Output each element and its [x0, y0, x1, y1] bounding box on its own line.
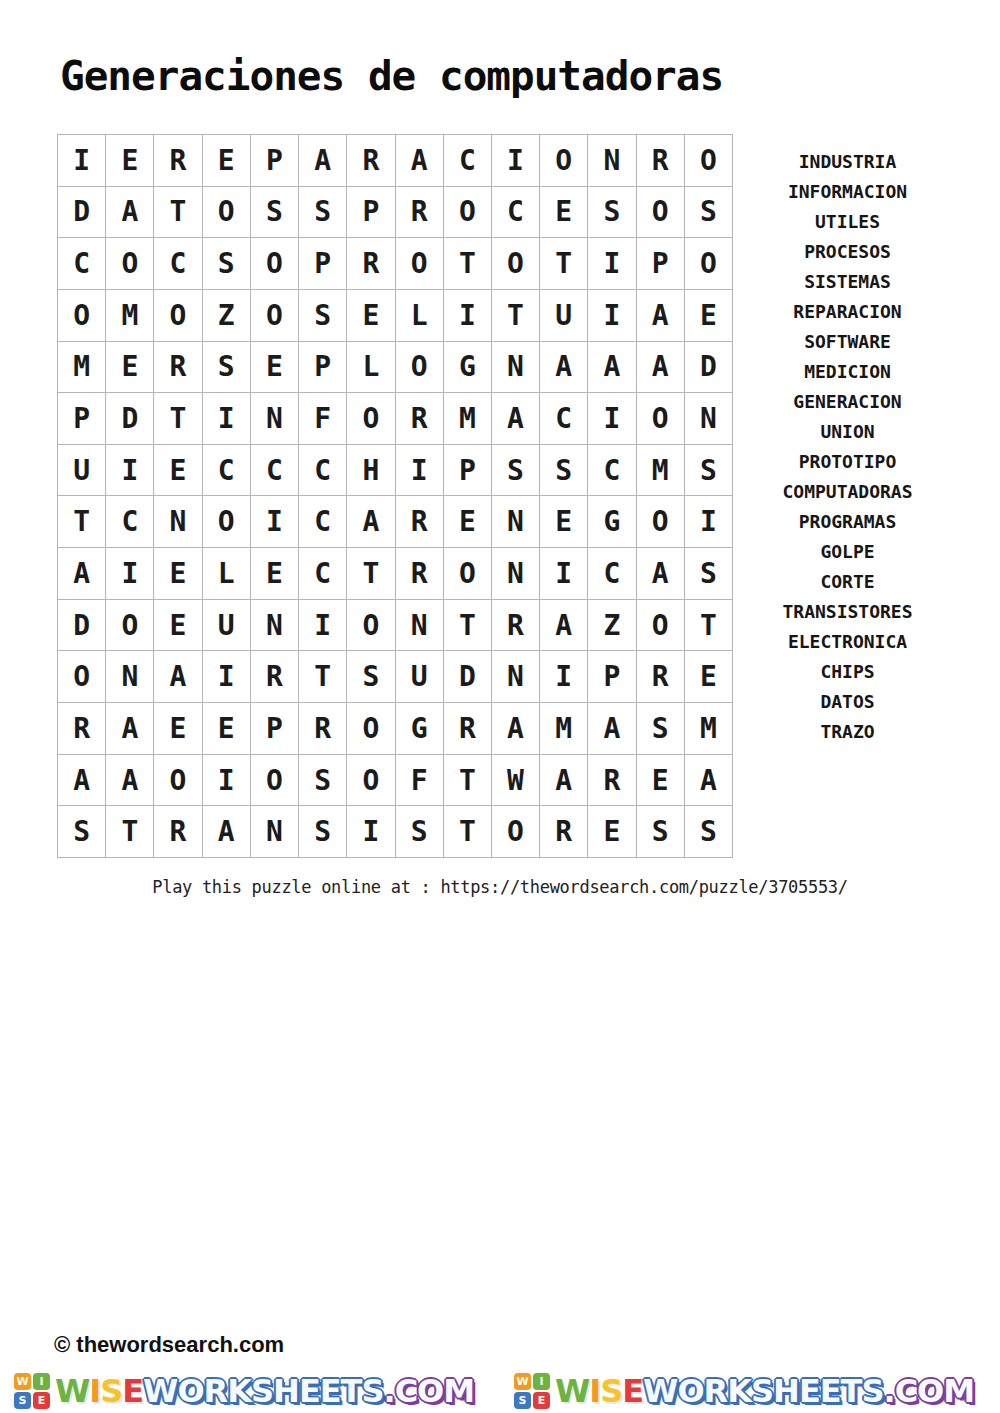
grid-cell[interactable]: O — [58, 651, 105, 702]
word-list-item: TRANSISTORES — [745, 597, 950, 627]
grid-cell[interactable]: Z — [588, 600, 635, 651]
grid-cell[interactable]: P — [299, 342, 346, 393]
word-list-item: REPARACION — [745, 297, 950, 327]
grid-cell[interactable]: N — [685, 393, 732, 444]
grid-cell[interactable]: N — [154, 496, 201, 547]
grid-cell[interactable]: L — [396, 290, 443, 341]
wiseworksheets-logo-bar: WISEWISEWORKSHEETS.COMWISEWISEWORKSHEETS… — [0, 1369, 1000, 1413]
grid-cell[interactable]: R — [637, 135, 684, 186]
grid-cell[interactable]: O — [58, 290, 105, 341]
grid-cell[interactable]: S — [347, 651, 394, 702]
grid-cell[interactable]: I — [540, 548, 587, 599]
grid-cell[interactable]: A — [492, 393, 539, 444]
grid-cell[interactable]: I — [106, 445, 153, 496]
wiseworksheets-logo[interactable]: WISEWISEWORKSHEETS.COM — [0, 1369, 500, 1413]
grid-cell[interactable]: P — [58, 393, 105, 444]
copyright-text: © thewordsearch.com — [54, 1332, 284, 1358]
word-search-grid: IEREPARACIONRODATOSSPROCESOSCOCSOPROTOTI… — [57, 134, 733, 858]
grid-cell[interactable]: O — [492, 806, 539, 857]
grid-cell[interactable]: O — [154, 290, 201, 341]
grid-cell[interactable]: Z — [203, 290, 250, 341]
logo-text: WISEWORKSHEETS.COM — [55, 1369, 474, 1413]
grid-cell[interactable]: E — [251, 548, 298, 599]
grid-cell[interactable]: R — [154, 342, 201, 393]
grid-cell[interactable]: I — [685, 496, 732, 547]
grid-cell[interactable]: S — [299, 187, 346, 238]
logo-text-segment: .COM — [883, 1369, 974, 1413]
word-list-item: SISTEMAS — [745, 267, 950, 297]
grid-cell[interactable]: R — [492, 600, 539, 651]
grid-cell[interactable]: T — [444, 600, 491, 651]
grid-cell[interactable]: E — [154, 548, 201, 599]
grid-cell[interactable]: O — [396, 342, 443, 393]
grid-cell[interactable]: O — [444, 187, 491, 238]
grid-cell[interactable]: O — [347, 393, 394, 444]
grid-cell[interactable]: D — [685, 342, 732, 393]
word-list-item: ELECTRONICA — [745, 627, 950, 657]
grid-cell[interactable]: T — [347, 548, 394, 599]
grid-cell[interactable]: E — [540, 496, 587, 547]
grid-cell[interactable]: C — [540, 393, 587, 444]
grid-cell[interactable]: T — [58, 496, 105, 547]
grid-cell[interactable]: U — [540, 290, 587, 341]
grid-cell[interactable]: C — [106, 496, 153, 547]
grid-cell[interactable]: C — [203, 445, 250, 496]
logo-text-segment: W — [555, 1369, 589, 1413]
wise-square-s: S — [514, 1392, 531, 1409]
grid-cell[interactable]: N — [588, 135, 635, 186]
wise-squares-icon: WISE — [514, 1373, 550, 1409]
wiseworksheets-logo[interactable]: WISEWISEWORKSHEETS.COM — [500, 1369, 1000, 1413]
grid-cell[interactable]: I — [203, 651, 250, 702]
grid-cell[interactable]: I — [106, 548, 153, 599]
grid-cell[interactable]: E — [203, 135, 250, 186]
grid-cell[interactable]: I — [588, 238, 635, 289]
grid-cell[interactable]: A — [540, 342, 587, 393]
grid-cell[interactable]: A — [347, 496, 394, 547]
grid-cell[interactable]: R — [154, 806, 201, 857]
grid-cell[interactable]: C — [444, 135, 491, 186]
logo-text-segment: WORKSHEETS — [143, 1369, 383, 1413]
grid-cell[interactable]: T — [444, 806, 491, 857]
grid-cell[interactable]: D — [58, 600, 105, 651]
grid-cell[interactable]: M — [685, 703, 732, 754]
grid-cell[interactable]: T — [492, 290, 539, 341]
grid-cell[interactable]: P — [251, 703, 298, 754]
wise-square-s: S — [14, 1392, 31, 1409]
grid-cell[interactable]: A — [588, 342, 635, 393]
grid-cell[interactable]: T — [154, 393, 201, 444]
grid-cell[interactable]: M — [540, 703, 587, 754]
grid-cell[interactable]: R — [637, 651, 684, 702]
grid-cell[interactable]: A — [299, 135, 346, 186]
grid-cell[interactable]: R — [347, 135, 394, 186]
grid-cell[interactable]: D — [106, 393, 153, 444]
grid-cell[interactable]: M — [444, 393, 491, 444]
grid-cell[interactable]: P — [588, 651, 635, 702]
grid-cell[interactable]: T — [540, 238, 587, 289]
grid-cell[interactable]: M — [106, 290, 153, 341]
word-list-item: UNION — [745, 417, 950, 447]
word-list-item: DATOS — [745, 687, 950, 717]
grid-cell[interactable]: N — [492, 342, 539, 393]
grid-cell[interactable]: O — [347, 600, 394, 651]
word-list-item: PROGRAMAS — [745, 507, 950, 537]
grid-cell[interactable]: S — [58, 806, 105, 857]
grid-cell[interactable]: S — [492, 445, 539, 496]
grid-cell[interactable]: O — [203, 187, 250, 238]
grid-cell[interactable]: O — [347, 703, 394, 754]
grid-cell[interactable]: O — [637, 393, 684, 444]
grid-cell[interactable]: A — [685, 755, 732, 806]
grid-cell[interactable]: F — [396, 755, 443, 806]
grid-cell[interactable]: S — [637, 806, 684, 857]
grid-cell[interactable]: I — [58, 135, 105, 186]
grid-cell[interactable]: T — [444, 238, 491, 289]
grid-cell[interactable]: S — [203, 342, 250, 393]
grid-cell[interactable]: O — [444, 548, 491, 599]
grid-cell[interactable]: S — [540, 445, 587, 496]
grid-cell[interactable]: E — [685, 290, 732, 341]
grid-cell[interactable]: I — [540, 651, 587, 702]
word-list-item: MEDICION — [745, 357, 950, 387]
grid-cell[interactable]: A — [203, 806, 250, 857]
grid-cell[interactable]: W — [492, 755, 539, 806]
grid-cell[interactable]: N — [251, 393, 298, 444]
grid-cell[interactable]: O — [251, 238, 298, 289]
grid-cell[interactable]: O — [106, 238, 153, 289]
grid-cell[interactable]: A — [106, 187, 153, 238]
grid-cell[interactable]: A — [540, 600, 587, 651]
grid-cell[interactable]: L — [203, 548, 250, 599]
grid-cell[interactable]: I — [396, 445, 443, 496]
grid-cell[interactable]: E — [154, 703, 201, 754]
grid-cell[interactable]: E — [540, 187, 587, 238]
grid-cell[interactable]: S — [685, 445, 732, 496]
grid-cell[interactable]: S — [203, 238, 250, 289]
grid-cell[interactable]: R — [396, 496, 443, 547]
grid-cell[interactable]: P — [299, 238, 346, 289]
grid-cell[interactable]: D — [444, 651, 491, 702]
logo-text-segment: .COM — [383, 1369, 474, 1413]
grid-cell[interactable]: O — [203, 496, 250, 547]
grid-cell[interactable]: R — [396, 393, 443, 444]
grid-cell[interactable]: R — [444, 703, 491, 754]
word-list-item: PROTOTIPO — [745, 447, 950, 477]
grid-cell[interactable]: I — [588, 393, 635, 444]
word-list-item: TRAZO — [745, 717, 950, 747]
grid-cell[interactable]: O — [106, 600, 153, 651]
word-list-item: GOLPE — [745, 537, 950, 567]
word-list-item: CORTE — [745, 567, 950, 597]
grid-cell[interactable]: T — [444, 755, 491, 806]
puzzle-title: Generaciones de computadoras — [60, 52, 723, 100]
grid-cell[interactable]: A — [637, 548, 684, 599]
grid-cell[interactable]: R — [58, 703, 105, 754]
grid-cell[interactable]: R — [347, 238, 394, 289]
wise-squares-icon: WISE — [14, 1373, 50, 1409]
grid-cell[interactable]: S — [637, 703, 684, 754]
grid-cell[interactable]: S — [588, 187, 635, 238]
grid-cell[interactable]: S — [299, 755, 346, 806]
grid-cell[interactable]: O — [251, 290, 298, 341]
grid-cell[interactable]: G — [444, 342, 491, 393]
logo-text-segment: S — [600, 1369, 622, 1413]
grid-cell[interactable]: I — [588, 290, 635, 341]
grid-cell[interactable]: S — [299, 290, 346, 341]
word-list-item: PROCESOS — [745, 237, 950, 267]
logo-text-segment: WORKSHEETS — [643, 1369, 883, 1413]
grid-cell[interactable]: C — [492, 187, 539, 238]
grid-cell[interactable]: A — [637, 342, 684, 393]
grid-cell[interactable]: A — [106, 755, 153, 806]
word-list-item: INDUSTRIA — [745, 147, 950, 177]
grid-cell[interactable]: C — [154, 238, 201, 289]
grid-cell[interactable]: M — [58, 342, 105, 393]
grid-cell[interactable]: E — [347, 290, 394, 341]
grid-cell[interactable]: F — [299, 393, 346, 444]
grid-cell[interactable]: S — [685, 548, 732, 599]
grid-cell[interactable]: O — [637, 187, 684, 238]
word-list-item: GENERACION — [745, 387, 950, 417]
grid-cell[interactable]: R — [251, 651, 298, 702]
logo-text-segment: W — [55, 1369, 89, 1413]
logo-text-segment: S — [100, 1369, 122, 1413]
grid-cell[interactable]: E — [106, 135, 153, 186]
grid-cell[interactable]: A — [540, 755, 587, 806]
grid-cell[interactable]: S — [299, 806, 346, 857]
grid-cell[interactable]: I — [347, 806, 394, 857]
grid-cell[interactable]: N — [492, 496, 539, 547]
grid-cell[interactable]: C — [299, 548, 346, 599]
grid-cell[interactable]: H — [347, 445, 394, 496]
grid-cell[interactable]: O — [637, 600, 684, 651]
grid-cell[interactable]: R — [588, 755, 635, 806]
grid-cell[interactable]: A — [492, 703, 539, 754]
grid-cell[interactable]: E — [637, 755, 684, 806]
grid-cell[interactable]: E — [154, 600, 201, 651]
word-list-item: SOFTWARE — [745, 327, 950, 357]
wise-square-e: E — [33, 1392, 50, 1409]
grid-cell[interactable]: R — [396, 548, 443, 599]
grid-cell[interactable]: C — [251, 445, 298, 496]
grid-cell[interactable]: A — [106, 703, 153, 754]
wise-square-w: W — [14, 1373, 31, 1390]
grid-cell[interactable]: S — [685, 806, 732, 857]
word-list-item: INFORMACION — [745, 177, 950, 207]
grid-cell[interactable]: C — [588, 548, 635, 599]
grid-cell[interactable]: A — [58, 548, 105, 599]
wise-square-i: I — [533, 1373, 550, 1390]
word-list-item: CHIPS — [745, 657, 950, 687]
grid-cell[interactable]: A — [154, 651, 201, 702]
grid-cell[interactable]: E — [106, 342, 153, 393]
grid-cell[interactable]: N — [106, 651, 153, 702]
grid-cell[interactable]: T — [154, 187, 201, 238]
grid-cell[interactable]: P — [251, 135, 298, 186]
grid-cell[interactable]: A — [396, 135, 443, 186]
word-list: INDUSTRIAINFORMACIONUTILESPROCESOSSISTEM… — [745, 147, 950, 747]
grid-cell[interactable]: O — [685, 238, 732, 289]
grid-cell[interactable]: R — [299, 703, 346, 754]
grid-cell[interactable]: R — [396, 187, 443, 238]
grid-cell[interactable]: O — [637, 496, 684, 547]
grid-cell[interactable]: O — [154, 755, 201, 806]
grid-cell[interactable]: E — [154, 445, 201, 496]
grid-cell[interactable]: P — [637, 238, 684, 289]
logo-text-segment: I — [89, 1369, 100, 1413]
grid-cell[interactable]: A — [58, 755, 105, 806]
grid-cell[interactable]: S — [251, 187, 298, 238]
grid-cell[interactable]: O — [251, 755, 298, 806]
grid-cell[interactable]: A — [637, 290, 684, 341]
grid-cell[interactable]: S — [396, 806, 443, 857]
grid-cell[interactable]: C — [299, 445, 346, 496]
grid-cell[interactable]: N — [492, 651, 539, 702]
grid-cell[interactable]: R — [540, 806, 587, 857]
play-online-link[interactable]: Play this puzzle online at : https://the… — [0, 877, 1000, 897]
grid-cell[interactable]: N — [251, 806, 298, 857]
grid-cell[interactable]: E — [444, 496, 491, 547]
word-list-item: COMPUTADORAS — [745, 477, 950, 507]
grid-cell[interactable]: C — [588, 445, 635, 496]
grid-cell[interactable]: N — [251, 600, 298, 651]
grid-cell[interactable]: A — [588, 703, 635, 754]
grid-cell[interactable]: N — [492, 548, 539, 599]
grid-cell[interactable]: O — [347, 755, 394, 806]
grid-cell[interactable]: O — [492, 238, 539, 289]
grid-cell[interactable]: P — [347, 187, 394, 238]
grid-cell[interactable]: I — [444, 290, 491, 341]
grid-cell[interactable]: G — [396, 703, 443, 754]
grid-cell[interactable]: T — [299, 651, 346, 702]
grid-cell[interactable]: O — [540, 135, 587, 186]
logo-text-segment: E — [622, 1369, 643, 1413]
grid-cell[interactable]: M — [637, 445, 684, 496]
grid-cell[interactable]: N — [396, 600, 443, 651]
grid-cell[interactable]: I — [492, 135, 539, 186]
grid-cell[interactable]: U — [396, 651, 443, 702]
grid-cell[interactable]: G — [588, 496, 635, 547]
logo-text-segment: I — [589, 1369, 600, 1413]
grid-cell[interactable]: O — [396, 238, 443, 289]
grid-cell[interactable]: I — [203, 755, 250, 806]
grid-cell[interactable]: T — [106, 806, 153, 857]
wise-square-e: E — [533, 1392, 550, 1409]
grid-cell[interactable]: E — [588, 806, 635, 857]
grid-cell[interactable]: O — [685, 135, 732, 186]
grid-cell[interactable]: P — [444, 445, 491, 496]
grid-cell[interactable]: C — [58, 238, 105, 289]
wise-square-i: I — [33, 1373, 50, 1390]
grid-cell[interactable]: U — [203, 600, 250, 651]
grid-cell[interactable]: I — [251, 496, 298, 547]
grid-cell[interactable]: L — [347, 342, 394, 393]
grid-cell[interactable]: E — [203, 703, 250, 754]
grid-cell[interactable]: E — [685, 651, 732, 702]
wise-square-w: W — [514, 1373, 531, 1390]
grid-cell[interactable]: T — [685, 600, 732, 651]
logo-text-segment: E — [122, 1369, 143, 1413]
worksheet-page: Generaciones de computadoras IEREPARACIO… — [0, 0, 1000, 1413]
grid-cell[interactable]: R — [154, 135, 201, 186]
grid-cell[interactable]: C — [299, 496, 346, 547]
grid-cell[interactable]: S — [685, 187, 732, 238]
grid-cell[interactable]: E — [251, 342, 298, 393]
word-list-item: UTILES — [745, 207, 950, 237]
grid-cell[interactable]: I — [203, 393, 250, 444]
grid-cell[interactable]: I — [299, 600, 346, 651]
grid-cell[interactable]: U — [58, 445, 105, 496]
grid-cell[interactable]: D — [58, 187, 105, 238]
logo-text: WISEWORKSHEETS.COM — [555, 1369, 974, 1413]
